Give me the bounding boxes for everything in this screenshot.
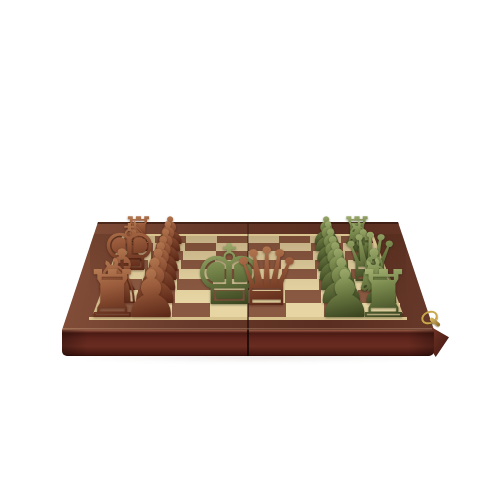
board-square bbox=[122, 243, 154, 251]
product-photo-scene: ♜♞♝♚♝♞♜♟♟♟♟♟♟♟♟♛♜♞♝♛♝♞♜♟♟♟♟♟♟♟♟♚ bbox=[0, 0, 500, 500]
board-square bbox=[181, 260, 214, 269]
board-square bbox=[175, 290, 212, 303]
board-square bbox=[211, 290, 248, 303]
board-square bbox=[279, 236, 310, 243]
board-square bbox=[213, 279, 248, 290]
board-square bbox=[315, 260, 348, 269]
board-square bbox=[324, 303, 362, 317]
board-square bbox=[248, 260, 281, 269]
board-square bbox=[145, 269, 179, 279]
board-square bbox=[177, 279, 212, 290]
board-square bbox=[96, 303, 134, 317]
board-square bbox=[351, 269, 385, 279]
board-square bbox=[248, 279, 283, 290]
board-square bbox=[311, 243, 343, 251]
board-square bbox=[151, 251, 183, 260]
board-square bbox=[216, 251, 248, 260]
box-front-seam bbox=[247, 330, 249, 356]
board-square bbox=[358, 290, 395, 303]
board-square bbox=[317, 269, 351, 279]
board-hinge-seam bbox=[247, 223, 249, 330]
board-square bbox=[183, 251, 215, 260]
board-square bbox=[155, 236, 186, 243]
board-square bbox=[280, 243, 312, 251]
board-square bbox=[282, 269, 316, 279]
board-square bbox=[214, 269, 248, 279]
chess-board-box bbox=[62, 222, 434, 357]
board-square bbox=[118, 251, 150, 260]
board-square bbox=[343, 243, 375, 251]
board-square bbox=[310, 236, 341, 243]
board-square bbox=[215, 260, 248, 269]
board-top-surface bbox=[62, 222, 434, 330]
board-square bbox=[210, 303, 248, 317]
board-square bbox=[248, 236, 279, 243]
board-square bbox=[138, 290, 175, 303]
board-square bbox=[248, 251, 280, 260]
board-square bbox=[148, 260, 181, 269]
brass-clasp-icon bbox=[420, 309, 444, 333]
board-square bbox=[101, 290, 138, 303]
board-square bbox=[248, 303, 286, 317]
board-square bbox=[179, 269, 213, 279]
board-square bbox=[125, 236, 156, 243]
board-square bbox=[186, 236, 217, 243]
board-square bbox=[345, 251, 377, 260]
board-square bbox=[216, 243, 248, 251]
board-square bbox=[248, 269, 282, 279]
board-square bbox=[341, 236, 372, 243]
board-square bbox=[185, 243, 217, 251]
board-square bbox=[134, 303, 172, 317]
board-square bbox=[248, 243, 280, 251]
board-square bbox=[114, 260, 147, 269]
board-square bbox=[142, 279, 177, 290]
board-square bbox=[153, 243, 185, 251]
board-square bbox=[319, 279, 354, 290]
board-square bbox=[111, 269, 145, 279]
board-square bbox=[248, 290, 285, 303]
board-square bbox=[280, 251, 312, 260]
board-square bbox=[283, 279, 318, 290]
board-square bbox=[281, 260, 314, 269]
board-square bbox=[106, 279, 141, 290]
board-square bbox=[348, 260, 381, 269]
board-square bbox=[362, 303, 400, 317]
board-square bbox=[321, 290, 358, 303]
board-square bbox=[217, 236, 248, 243]
board-square bbox=[285, 290, 322, 303]
board-square bbox=[286, 303, 324, 317]
board-square bbox=[354, 279, 389, 290]
board-square bbox=[172, 303, 210, 317]
board-square bbox=[313, 251, 345, 260]
